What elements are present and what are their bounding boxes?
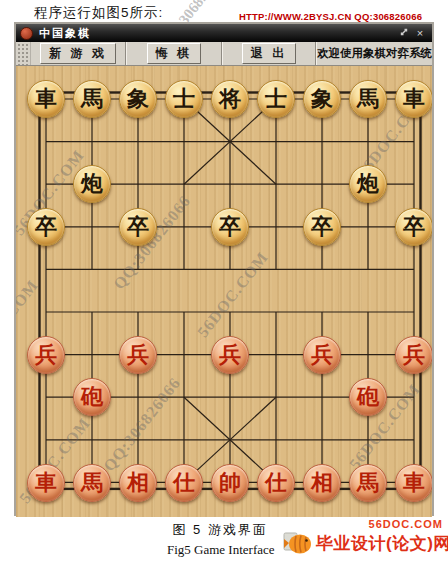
header-url-link[interactable]: HTTP://WWW.2BYSJ.CN QQ:306826066 (239, 11, 422, 22)
xiangqi-board[interactable]: 56DOC.COMQQ:30682606656DOC.COM56DOC.COM5… (16, 66, 432, 517)
piece-red-cannon[interactable]: 砲 (349, 378, 387, 416)
piece-black-general[interactable]: 将 (211, 80, 249, 118)
page-header-text: 程序运行如图5所示: (34, 4, 163, 22)
piece-red-soldier[interactable]: 兵 (211, 336, 249, 374)
piece-black-chariot[interactable]: 車 (395, 80, 432, 118)
piece-red-advisor[interactable]: 仕 (165, 464, 203, 502)
piece-red-elephant[interactable]: 相 (119, 464, 157, 502)
piece-red-horse[interactable]: 馬 (349, 464, 387, 502)
piece-black-horse[interactable]: 馬 (349, 80, 387, 118)
piece-red-soldier[interactable]: 兵 (395, 336, 432, 374)
exit-button[interactable]: 退 出 (242, 43, 296, 64)
piece-black-soldier[interactable]: 卒 (119, 208, 157, 246)
piece-black-advisor[interactable]: 士 (257, 80, 295, 118)
app-icon (20, 27, 33, 40)
toolbar-grip-handle[interactable] (16, 42, 31, 65)
restore-icon[interactable] (396, 27, 412, 39)
piece-black-chariot[interactable]: 車 (27, 80, 65, 118)
piece-red-cannon[interactable]: 砲 (73, 378, 111, 416)
piece-red-chariot[interactable]: 車 (27, 464, 65, 502)
site-logo[interactable]: 56DOC.COM 毕业设计(论文)网 (283, 517, 445, 559)
piece-red-chariot[interactable]: 車 (395, 464, 432, 502)
piece-red-advisor[interactable]: 仕 (257, 464, 295, 502)
pieces-layer: 車馬象士将士象馬車炮炮卒卒卒卒卒兵兵兵兵兵砲砲車馬相仕帥仕相馬車 (23, 78, 432, 504)
piece-black-advisor[interactable]: 士 (165, 80, 203, 118)
figure-caption-cn: 图 5 游戏界面 (172, 521, 267, 539)
piece-black-soldier[interactable]: 卒 (303, 208, 341, 246)
close-icon[interactable]: × (412, 28, 428, 39)
piece-black-soldier[interactable]: 卒 (27, 208, 65, 246)
figure-caption-en: Fig5 Game Interface (167, 542, 275, 558)
piece-black-soldier[interactable]: 卒 (395, 208, 432, 246)
toolbar: 新 游 戏 悔 棋 退 出 欢迎使用象棋对弈系统 (16, 42, 432, 66)
window-title: 中国象棋 (39, 26, 396, 41)
piece-red-soldier[interactable]: 兵 (303, 336, 341, 374)
piece-black-elephant[interactable]: 象 (303, 80, 341, 118)
piece-red-horse[interactable]: 馬 (73, 464, 111, 502)
piece-red-elephant[interactable]: 相 (303, 464, 341, 502)
undo-move-button[interactable]: 悔 棋 (147, 43, 201, 64)
window-titlebar[interactable]: 中国象棋 × (16, 24, 432, 42)
welcome-status-text: 欢迎使用象棋对弈系统 (317, 42, 432, 65)
piece-black-elephant[interactable]: 象 (119, 80, 157, 118)
site-logo-name[interactable]: 毕业设计(论文)网 (316, 532, 448, 555)
new-game-button[interactable]: 新 游 戏 (40, 43, 116, 64)
piece-red-general[interactable]: 帥 (211, 464, 249, 502)
piece-black-cannon[interactable]: 炮 (349, 165, 387, 203)
xiangqi-app-window: 中国象棋 × 新 游 戏 悔 棋 退 出 欢迎使用象棋对弈系统 (14, 22, 434, 516)
piece-red-soldier[interactable]: 兵 (119, 336, 157, 374)
piece-black-soldier[interactable]: 卒 (211, 208, 249, 246)
fish-logo-icon (283, 529, 313, 557)
piece-black-horse[interactable]: 馬 (73, 80, 111, 118)
piece-red-soldier[interactable]: 兵 (27, 336, 65, 374)
piece-black-cannon[interactable]: 炮 (73, 165, 111, 203)
